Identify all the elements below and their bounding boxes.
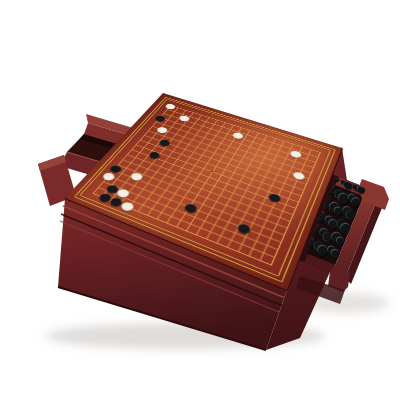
black-stone: ● (153, 113, 168, 122)
drawer-black-stone: ● (336, 235, 345, 245)
white-stone: ● (164, 102, 178, 111)
black-stone: ● (157, 137, 173, 147)
drawer-black-stone: ● (351, 196, 361, 207)
white-stone: ● (231, 130, 246, 140)
white-stone: ● (289, 148, 304, 159)
white-stone: ● (177, 114, 192, 123)
product-photo-stage: ●●●●●●●●●●●●●●●●●●●●●●●●●●●●●● ●●●●●●●●●… (0, 0, 400, 400)
black-stone: ● (267, 190, 284, 203)
black-stone: ● (183, 200, 201, 214)
drawer-black-stone: ● (346, 208, 356, 220)
white-stone: ● (155, 125, 170, 135)
black-stone: ● (236, 220, 254, 235)
black-stone: ● (147, 149, 163, 160)
white-stone: ● (291, 169, 307, 181)
white-stone: ● (129, 170, 146, 182)
